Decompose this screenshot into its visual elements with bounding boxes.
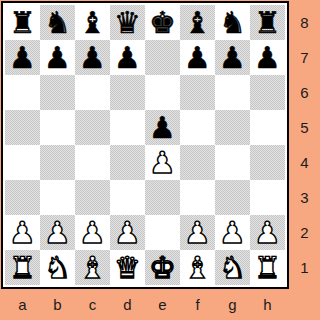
square-h2[interactable]: ♟ (250, 215, 285, 250)
rank-label-1: 1 (289, 250, 320, 285)
square-e5[interactable]: ♟ (145, 110, 180, 145)
square-e1[interactable]: ♚ (145, 250, 180, 285)
square-g8[interactable]: ♞ (215, 5, 250, 40)
square-d7[interactable]: ♟ (110, 40, 145, 75)
white-rook-a1[interactable]: ♜ (9, 250, 36, 285)
rank-labels: 87654321 (289, 5, 320, 285)
square-c3[interactable] (75, 180, 110, 215)
rank-label-7: 7 (289, 40, 320, 75)
square-d8[interactable]: ♛ (110, 5, 145, 40)
black-pawn-f7[interactable]: ♟ (184, 40, 211, 75)
square-c6[interactable] (75, 75, 110, 110)
file-label-f: f (180, 289, 215, 320)
square-h7[interactable]: ♟ (250, 40, 285, 75)
white-knight-g1[interactable]: ♞ (219, 250, 246, 285)
square-f7[interactable]: ♟ (180, 40, 215, 75)
white-pawn-d2[interactable]: ♟ (114, 215, 141, 250)
square-d3[interactable] (110, 180, 145, 215)
square-c8[interactable]: ♝ (75, 5, 110, 40)
white-pawn-h2[interactable]: ♟ (254, 215, 281, 250)
white-pawn-c2[interactable]: ♟ (79, 215, 106, 250)
board-grid: ♜♞♝♛♚♝♞♜♟♟♟♟♟♟♟♟♟♟♟♟♟♟♟♟♜♞♝♛♚♝♞♜ (5, 5, 285, 285)
square-h6[interactable] (250, 75, 285, 110)
white-rook-h1[interactable]: ♜ (254, 250, 281, 285)
square-f2[interactable]: ♟ (180, 215, 215, 250)
square-g3[interactable] (215, 180, 250, 215)
square-f3[interactable] (180, 180, 215, 215)
square-e6[interactable] (145, 75, 180, 110)
square-c1[interactable]: ♝ (75, 250, 110, 285)
square-a1[interactable]: ♜ (5, 250, 40, 285)
square-d4[interactable] (110, 145, 145, 180)
square-a2[interactable]: ♟ (5, 215, 40, 250)
black-bishop-c8[interactable]: ♝ (79, 5, 106, 40)
rank-label-4: 4 (289, 145, 320, 180)
black-rook-a8[interactable]: ♜ (9, 5, 36, 40)
file-label-h: h (250, 289, 285, 320)
square-c5[interactable] (75, 110, 110, 145)
square-h3[interactable] (250, 180, 285, 215)
rank-label-6: 6 (289, 75, 320, 110)
white-pawn-e4[interactable]: ♟ (149, 145, 176, 180)
square-b5[interactable] (40, 110, 75, 145)
white-pawn-a2[interactable]: ♟ (9, 215, 36, 250)
square-f4[interactable] (180, 145, 215, 180)
square-d5[interactable] (110, 110, 145, 145)
square-c7[interactable]: ♟ (75, 40, 110, 75)
square-h5[interactable] (250, 110, 285, 145)
black-knight-b8[interactable]: ♞ (44, 5, 71, 40)
white-pawn-f2[interactable]: ♟ (184, 215, 211, 250)
square-h8[interactable]: ♜ (250, 5, 285, 40)
square-h1[interactable]: ♜ (250, 250, 285, 285)
black-king-e8[interactable]: ♚ (149, 5, 176, 40)
square-b7[interactable]: ♟ (40, 40, 75, 75)
rank-label-2: 2 (289, 215, 320, 250)
file-label-a: a (5, 289, 40, 320)
square-b8[interactable]: ♞ (40, 5, 75, 40)
square-b4[interactable] (40, 145, 75, 180)
file-label-c: c (75, 289, 110, 320)
square-a3[interactable] (5, 180, 40, 215)
square-a7[interactable]: ♟ (5, 40, 40, 75)
white-pawn-g2[interactable]: ♟ (219, 215, 246, 250)
square-c4[interactable] (75, 145, 110, 180)
square-h4[interactable] (250, 145, 285, 180)
black-pawn-d7[interactable]: ♟ (114, 40, 141, 75)
black-pawn-a7[interactable]: ♟ (9, 40, 36, 75)
square-b2[interactable]: ♟ (40, 215, 75, 250)
square-g5[interactable] (215, 110, 250, 145)
file-label-d: d (110, 289, 145, 320)
square-a6[interactable] (5, 75, 40, 110)
black-bishop-f8[interactable]: ♝ (184, 5, 211, 40)
black-knight-g8[interactable]: ♞ (219, 5, 246, 40)
white-bishop-f1[interactable]: ♝ (184, 250, 211, 285)
black-pawn-c7[interactable]: ♟ (79, 40, 106, 75)
square-f8[interactable]: ♝ (180, 5, 215, 40)
black-pawn-b7[interactable]: ♟ (44, 40, 71, 75)
rank-label-3: 3 (289, 180, 320, 215)
square-g6[interactable] (215, 75, 250, 110)
white-bishop-c1[interactable]: ♝ (79, 250, 106, 285)
square-b3[interactable] (40, 180, 75, 215)
file-label-g: g (215, 289, 250, 320)
black-pawn-g7[interactable]: ♟ (219, 40, 246, 75)
square-c2[interactable]: ♟ (75, 215, 110, 250)
square-a5[interactable] (5, 110, 40, 145)
white-king-e1[interactable]: ♚ (149, 250, 176, 285)
rank-label-5: 5 (289, 110, 320, 145)
chess-board: ♜♞♝♛♚♝♞♜♟♟♟♟♟♟♟♟♟♟♟♟♟♟♟♟♜♞♝♛♚♝♞♜ (1, 1, 289, 289)
white-knight-b1[interactable]: ♞ (44, 250, 71, 285)
file-labels: abcdefgh (5, 289, 285, 320)
black-pawn-e5[interactable]: ♟ (149, 110, 176, 145)
square-f1[interactable]: ♝ (180, 250, 215, 285)
square-b6[interactable] (40, 75, 75, 110)
square-g7[interactable]: ♟ (215, 40, 250, 75)
rank-label-8: 8 (289, 5, 320, 40)
square-g1[interactable]: ♞ (215, 250, 250, 285)
square-e3[interactable] (145, 180, 180, 215)
square-d2[interactable]: ♟ (110, 215, 145, 250)
square-e4[interactable]: ♟ (145, 145, 180, 180)
white-queen-d1[interactable]: ♛ (114, 250, 141, 285)
white-pawn-b2[interactable]: ♟ (44, 215, 71, 250)
square-f5[interactable] (180, 110, 215, 145)
square-g2[interactable]: ♟ (215, 215, 250, 250)
black-pawn-h7[interactable]: ♟ (254, 40, 281, 75)
square-a8[interactable]: ♜ (5, 5, 40, 40)
square-b1[interactable]: ♞ (40, 250, 75, 285)
square-e7[interactable] (145, 40, 180, 75)
file-label-e: e (145, 289, 180, 320)
square-f6[interactable] (180, 75, 215, 110)
black-rook-h8[interactable]: ♜ (254, 5, 281, 40)
square-d1[interactable]: ♛ (110, 250, 145, 285)
square-e2[interactable] (145, 215, 180, 250)
file-label-b: b (40, 289, 75, 320)
square-d6[interactable] (110, 75, 145, 110)
square-e8[interactable]: ♚ (145, 5, 180, 40)
square-g4[interactable] (215, 145, 250, 180)
black-queen-d8[interactable]: ♛ (114, 5, 141, 40)
square-a4[interactable] (5, 145, 40, 180)
chess-app: ♜♞♝♛♚♝♞♜♟♟♟♟♟♟♟♟♟♟♟♟♟♟♟♟♜♞♝♛♚♝♞♜ 8765432… (0, 0, 320, 320)
